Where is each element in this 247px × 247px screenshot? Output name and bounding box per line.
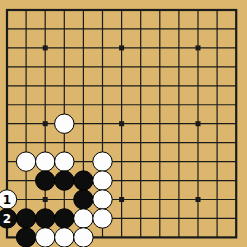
- black-stone: [36, 171, 55, 190]
- black-stone: [74, 190, 93, 209]
- white-stone-circle: [93, 209, 112, 228]
- black-stone-circle: [74, 190, 93, 209]
- white-stone: [74, 228, 93, 247]
- white-stone: [74, 209, 93, 228]
- black-stone-circle: [16, 228, 35, 247]
- star-point: [119, 121, 124, 126]
- star-point: [43, 45, 48, 50]
- move-number-label: 1: [3, 193, 11, 207]
- white-stone-circle: [36, 152, 55, 171]
- white-stone-circle: [74, 228, 93, 247]
- black-stone-circle: [36, 209, 55, 228]
- white-stone: [93, 152, 112, 171]
- black-stone: [16, 209, 35, 228]
- white-stone: [16, 152, 35, 171]
- white-stone: [93, 190, 112, 209]
- black-stone: [55, 209, 74, 228]
- black-stone-circle: [55, 171, 74, 190]
- move-2-black-stone: 2: [0, 209, 17, 228]
- star-point: [196, 45, 201, 50]
- white-stone-circle: [55, 114, 74, 133]
- go-board-svg: 12: [0, 0, 247, 247]
- black-stone-circle: [74, 171, 93, 190]
- white-stone: [93, 171, 112, 190]
- white-stone-circle: [74, 209, 93, 228]
- star-point: [196, 197, 201, 202]
- black-stone: [16, 228, 35, 247]
- white-stone-circle: [36, 228, 55, 247]
- white-stone: [36, 228, 55, 247]
- white-stone: [55, 152, 74, 171]
- black-stone: [36, 209, 55, 228]
- white-stone-circle: [55, 228, 74, 247]
- move-1-white-stone: 1: [0, 190, 17, 209]
- white-stone-circle: [93, 152, 112, 171]
- white-stone: [36, 152, 55, 171]
- white-stone-circle: [93, 190, 112, 209]
- white-stone-circle: [93, 171, 112, 190]
- white-stone: [93, 209, 112, 228]
- white-stone: [55, 228, 74, 247]
- move-number-label: 2: [3, 212, 11, 226]
- black-stone: [55, 171, 74, 190]
- black-stone: [74, 171, 93, 190]
- star-point: [119, 197, 124, 202]
- star-point: [43, 197, 48, 202]
- black-stone-circle: [55, 209, 74, 228]
- star-point: [196, 121, 201, 126]
- star-point: [43, 121, 48, 126]
- star-point: [119, 45, 124, 50]
- white-stone: [55, 114, 74, 133]
- white-stone-circle: [16, 152, 35, 171]
- white-stone-circle: [55, 152, 74, 171]
- black-stone-circle: [36, 171, 55, 190]
- go-board-diagram: 12: [0, 0, 247, 247]
- black-stone-circle: [16, 209, 35, 228]
